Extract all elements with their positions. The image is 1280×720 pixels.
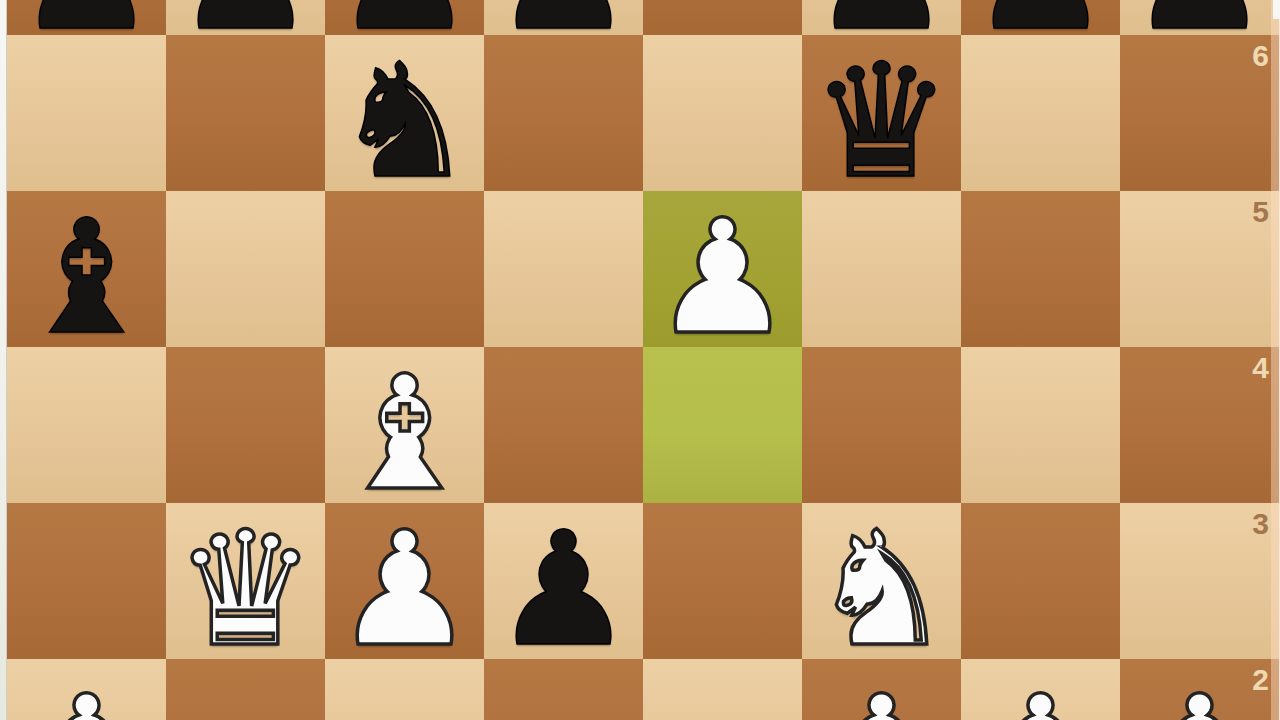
square-d6[interactable] [484, 35, 643, 191]
square-b4[interactable] [166, 347, 325, 503]
square-g4[interactable] [961, 347, 1120, 503]
chess-board[interactable]: ♟♟♟♟♟♟♟♞♛6♝♟5♝4♛♟♟♞3♟♟♟2♟ [7, 0, 1279, 720]
square-d7[interactable]: ♟ [484, 0, 643, 35]
square-d2[interactable] [484, 659, 643, 720]
square-b2[interactable] [166, 659, 325, 720]
square-g2[interactable]: ♟ [961, 659, 1120, 720]
square-f6[interactable]: ♛ [802, 35, 961, 191]
black-pawn-d3[interactable]: ♟ [484, 511, 643, 667]
square-d4[interactable] [484, 347, 643, 503]
white-bishop-c4[interactable]: ♝ [325, 355, 484, 511]
square-d5[interactable] [484, 191, 643, 347]
white-pawn-h2[interactable]: ♟ [1120, 675, 1279, 720]
square-h7[interactable]: ♟ [1120, 0, 1279, 35]
square-e7[interactable] [643, 0, 802, 35]
square-f3[interactable]: ♞ [802, 503, 961, 659]
square-f4[interactable] [802, 347, 961, 503]
square-c4[interactable]: ♝ [325, 347, 484, 503]
square-b3[interactable]: ♛ [166, 503, 325, 659]
square-h5[interactable]: 5 [1120, 191, 1279, 347]
rank-label-5: 5 [1252, 197, 1269, 227]
square-b7[interactable]: ♟ [166, 0, 325, 35]
board-right-bevel [1271, 0, 1280, 720]
rank-label-6: 6 [1252, 41, 1269, 71]
white-knight-f3[interactable]: ♞ [802, 511, 961, 667]
square-e4[interactable] [643, 347, 802, 503]
square-a7[interactable]: ♟ [7, 0, 166, 35]
square-f2[interactable]: ♟ [802, 659, 961, 720]
black-knight-c6[interactable]: ♞ [325, 43, 484, 199]
square-a2[interactable]: ♟ [7, 659, 166, 720]
square-g7[interactable]: ♟ [961, 0, 1120, 35]
square-c2[interactable] [325, 659, 484, 720]
square-a4[interactable] [7, 347, 166, 503]
square-d3[interactable]: ♟ [484, 503, 643, 659]
square-g3[interactable] [961, 503, 1120, 659]
chess-board-page: ♟♟♟♟♟♟♟♞♛6♝♟5♝4♛♟♟♞3♟♟♟2♟ [0, 0, 1280, 720]
white-pawn-c3[interactable]: ♟ [325, 511, 484, 667]
white-pawn-f2[interactable]: ♟ [802, 675, 961, 720]
square-h2[interactable]: 2♟ [1120, 659, 1279, 720]
square-a5[interactable]: ♝ [7, 191, 166, 347]
square-e2[interactable] [643, 659, 802, 720]
square-h3[interactable]: 3 [1120, 503, 1279, 659]
square-e5[interactable]: ♟ [643, 191, 802, 347]
black-queen-f6[interactable]: ♛ [802, 43, 961, 199]
square-e6[interactable] [643, 35, 802, 191]
page-edge-strip [0, 0, 7, 720]
white-pawn-a2[interactable]: ♟ [7, 675, 166, 720]
square-a6[interactable] [7, 35, 166, 191]
square-e3[interactable] [643, 503, 802, 659]
square-g5[interactable] [961, 191, 1120, 347]
square-b5[interactable] [166, 191, 325, 347]
rank-label-4: 4 [1252, 353, 1269, 383]
square-c6[interactable]: ♞ [325, 35, 484, 191]
white-pawn-e5[interactable]: ♟ [643, 199, 802, 355]
square-a3[interactable] [7, 503, 166, 659]
white-pawn-g2[interactable]: ♟ [961, 675, 1120, 720]
white-queen-b3[interactable]: ♛ [166, 511, 325, 667]
board-corner-cap [1273, 0, 1280, 19]
square-g6[interactable] [961, 35, 1120, 191]
black-bishop-a5[interactable]: ♝ [7, 199, 166, 355]
square-b6[interactable] [166, 35, 325, 191]
square-h4[interactable]: 4 [1120, 347, 1279, 503]
square-h6[interactable]: 6 [1120, 35, 1279, 191]
square-f5[interactable] [802, 191, 961, 347]
square-c3[interactable]: ♟ [325, 503, 484, 659]
rank-label-3: 3 [1252, 509, 1269, 539]
square-c5[interactable] [325, 191, 484, 347]
